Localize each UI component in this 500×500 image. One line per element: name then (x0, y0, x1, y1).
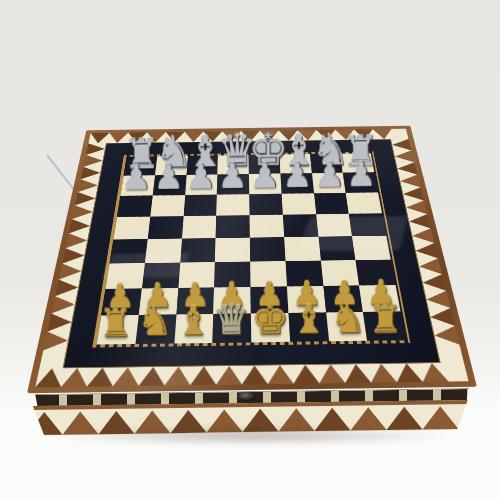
inlay-triangle (318, 364, 345, 383)
inlay-triangle (216, 366, 242, 385)
inlay-triangle (88, 133, 109, 144)
square-c1: ♝ (174, 314, 214, 343)
inlay-triangle (411, 228, 435, 243)
piece-white-bishop-c1: ♝ (174, 301, 213, 341)
square-f5 (283, 214, 318, 237)
inlay-triangle (61, 368, 90, 387)
square-d4 (215, 238, 250, 262)
inlay-triangle (405, 200, 428, 214)
inlay-triangle (414, 243, 438, 259)
inlay-triangle (394, 363, 423, 382)
inlay-triangle (242, 365, 268, 384)
piece-black-pawn-f7: ♟ (281, 158, 314, 192)
square-f7: ♟ (280, 173, 313, 193)
square-b4 (145, 239, 182, 263)
piece-black-pawn-c7: ♟ (184, 159, 217, 193)
square-b5 (147, 216, 183, 239)
inlay-triangle (139, 367, 166, 386)
square-b7: ♟ (153, 175, 187, 196)
inlay-triangle (113, 367, 141, 386)
square-h5 (349, 213, 386, 236)
square-g7: ♟ (312, 173, 346, 193)
square-f1: ♝ (288, 313, 328, 342)
piece-black-pawn-b7: ♟ (152, 159, 185, 193)
square-e6 (249, 194, 282, 216)
square-g5 (316, 214, 352, 237)
square-e4 (250, 237, 285, 261)
inlay-triangle (35, 368, 64, 387)
inlay-triangle (267, 365, 293, 384)
navy-border-band: ♜♞♝♛♚♝♞♜♟♟♟♟♟♟♟♟♟♟♟♟♟♟♟♟♜♞♝♛♚♝♞♜ (63, 139, 441, 368)
square-c5 (182, 216, 217, 239)
inlay-triangle (190, 366, 216, 385)
chess-board-lid: ♜♞♝♛♚♝♞♜♟♟♟♟♟♟♟♟♟♟♟♟♟♟♟♟♜♞♝♛♚♝♞♜ (27, 126, 477, 393)
piece-black-pawn-e7: ♟ (249, 158, 282, 192)
piece-black-pawn-a7: ♟ (120, 160, 153, 194)
square-h4 (352, 236, 391, 260)
square-d1: ♛ (213, 314, 252, 343)
square-a1: ♜ (97, 315, 139, 344)
inlay-triangle (293, 365, 320, 384)
inlay-triangle (393, 150, 414, 162)
piece-white-knight-b1: ♞ (135, 302, 174, 342)
inlay-triangle (87, 367, 115, 386)
greek-key-inlay-line: ♜♞♝♛♚♝♞♜♟♟♟♟♟♟♟♟♟♟♟♟♟♟♟♟♜♞♝♛♚♝♞♜ (91, 151, 411, 348)
square-a4 (110, 239, 148, 263)
inlay-triangle (343, 364, 371, 383)
square-a5 (113, 217, 150, 240)
square-c7: ♟ (185, 174, 218, 195)
square-a7: ♟ (120, 175, 155, 196)
square-g4 (318, 236, 356, 260)
piece-white-knight-g1: ♞ (328, 299, 367, 339)
photo-background: ♜♞♝♛♚♝♞♜♟♟♟♟♟♟♟♟♟♟♟♟♟♟♟♟♜♞♝♛♚♝♞♜ (0, 0, 500, 500)
square-c4 (180, 238, 216, 262)
inlay-frame: ♜♞♝♛♚♝♞♜♟♟♟♟♟♟♟♟♟♟♟♟♟♟♟♟♜♞♝♛♚♝♞♜ (35, 129, 468, 388)
piece-white-rook-h1: ♜ (366, 300, 405, 338)
square-f6 (281, 193, 315, 215)
chess-box: ♜♞♝♛♚♝♞♜♟♟♟♟♟♟♟♟♟♟♟♟♟♟♟♟♜♞♝♛♚♝♞♜ (0, 0, 500, 500)
piece-white-bishop-f1: ♝ (289, 299, 328, 339)
inlay-triangle (43, 331, 70, 350)
inlay-triangle (368, 364, 397, 383)
inlay-triangle (421, 274, 446, 291)
piece-black-pawn-g7: ♟ (313, 157, 346, 191)
piece-black-pawn-h7: ♟ (345, 157, 378, 191)
square-d5 (216, 215, 250, 238)
square-h1: ♜ (363, 312, 406, 341)
chess-board-squares: ♜♞♝♛♚♝♞♜♟♟♟♟♟♟♟♟♟♟♟♟♟♟♟♟♜♞♝♛♚♝♞♜ (97, 153, 406, 344)
square-d7: ♟ (217, 174, 249, 194)
square-b1: ♞ (135, 315, 176, 344)
square-a6 (117, 195, 153, 217)
inlay-triangle (425, 291, 451, 309)
square-d6 (216, 194, 249, 216)
inlay-triangle (417, 258, 442, 274)
square-h6 (346, 192, 382, 214)
inlay-triangle (408, 214, 431, 228)
inlay-triangle (391, 139, 411, 151)
square-g1: ♞ (326, 312, 368, 341)
inlay-triangle (428, 308, 454, 326)
square-b6 (150, 195, 185, 217)
piece-white-rook-a1: ♜ (96, 304, 135, 342)
inlay-triangle (402, 187, 424, 200)
inlay-triangle (396, 162, 417, 175)
piece-white-king-e1: ♚ (251, 298, 290, 340)
square-f4 (284, 237, 321, 261)
square-e1: ♚ (251, 313, 290, 342)
wood-rim: ♜♞♝♛♚♝♞♜♟♟♟♟♟♟♟♟♟♟♟♟♟♟♟♟♜♞♝♛♚♝♞♜ (27, 126, 477, 393)
inlay-triangle (164, 366, 191, 385)
inlay-triangle (47, 313, 73, 331)
square-c6 (183, 194, 217, 216)
inlay-triangle (419, 363, 449, 382)
piece-black-pawn-d7: ♟ (217, 159, 250, 193)
inlay-triangle (399, 175, 421, 188)
square-h7: ♟ (343, 172, 378, 192)
square-e7: ♟ (249, 173, 281, 193)
square-g6 (314, 193, 349, 215)
square-e5 (250, 215, 284, 238)
inlay-triangle (432, 326, 459, 345)
piece-white-queen-d1: ♛ (212, 299, 251, 341)
cast-shadow (45, 427, 455, 445)
